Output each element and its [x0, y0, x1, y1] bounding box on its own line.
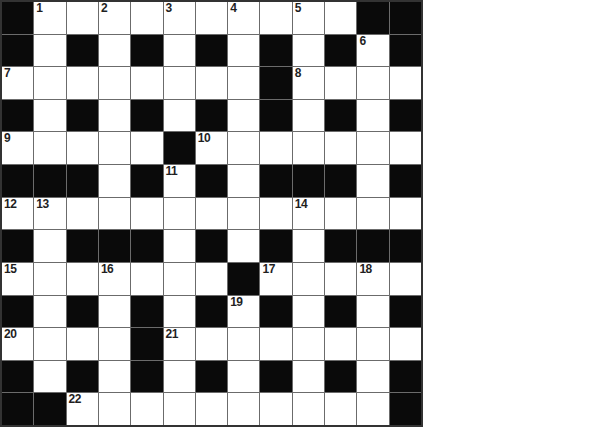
- black-square: [390, 35, 421, 67]
- white-square[interactable]: [228, 165, 259, 197]
- white-square[interactable]: [34, 230, 65, 262]
- white-square[interactable]: [357, 198, 388, 230]
- white-square[interactable]: [228, 230, 259, 262]
- white-square[interactable]: 12: [2, 198, 33, 230]
- black-square: [2, 296, 33, 328]
- clue-number: 5: [295, 2, 301, 16]
- black-square: [131, 165, 162, 197]
- black-square: [260, 296, 291, 328]
- black-square: [131, 230, 162, 262]
- white-square[interactable]: [164, 361, 195, 393]
- white-square[interactable]: [293, 361, 324, 393]
- black-square: [196, 165, 227, 197]
- white-square[interactable]: 8: [293, 67, 324, 99]
- white-square[interactable]: 21: [164, 328, 195, 360]
- white-square[interactable]: [228, 67, 259, 99]
- white-square[interactable]: [131, 198, 162, 230]
- white-square[interactable]: [34, 35, 65, 67]
- white-square[interactable]: [260, 2, 291, 34]
- white-square[interactable]: [196, 2, 227, 34]
- white-square[interactable]: [164, 230, 195, 262]
- white-square[interactable]: [228, 198, 259, 230]
- black-square: [67, 35, 98, 67]
- white-square[interactable]: [67, 132, 98, 164]
- clue-number: 9: [4, 132, 10, 146]
- black-square: [196, 296, 227, 328]
- white-square[interactable]: 11: [164, 165, 195, 197]
- black-square: [260, 361, 291, 393]
- white-square[interactable]: [325, 2, 356, 34]
- clue-number: 19: [230, 296, 242, 310]
- white-square[interactable]: [390, 132, 421, 164]
- clue-number: 6: [359, 35, 365, 49]
- black-square: [390, 361, 421, 393]
- black-square: [34, 393, 65, 425]
- white-square[interactable]: [357, 100, 388, 132]
- white-square[interactable]: [99, 296, 130, 328]
- white-square[interactable]: [260, 393, 291, 425]
- white-square[interactable]: [67, 2, 98, 34]
- white-square[interactable]: [99, 67, 130, 99]
- black-square: [2, 2, 33, 34]
- black-square: [325, 361, 356, 393]
- clue-number: 22: [69, 393, 81, 407]
- white-square[interactable]: [67, 67, 98, 99]
- white-square[interactable]: [357, 361, 388, 393]
- white-square[interactable]: [357, 328, 388, 360]
- black-square: [260, 230, 291, 262]
- black-square: [67, 296, 98, 328]
- black-square: [131, 361, 162, 393]
- black-square: [390, 2, 421, 34]
- white-square[interactable]: 6: [357, 35, 388, 67]
- black-square: [2, 230, 33, 262]
- white-square[interactable]: [357, 67, 388, 99]
- black-square: [196, 230, 227, 262]
- clue-number: 2: [101, 2, 107, 16]
- clue-number: 15: [4, 263, 16, 277]
- white-square[interactable]: [293, 263, 324, 295]
- white-square[interactable]: [325, 198, 356, 230]
- white-square[interactable]: [357, 165, 388, 197]
- white-square[interactable]: [228, 393, 259, 425]
- white-square[interactable]: [99, 361, 130, 393]
- white-square[interactable]: [34, 100, 65, 132]
- white-square[interactable]: [325, 393, 356, 425]
- black-square: [2, 165, 33, 197]
- black-square: [390, 100, 421, 132]
- black-square: [390, 230, 421, 262]
- white-square[interactable]: 9: [2, 132, 33, 164]
- black-square: [390, 296, 421, 328]
- black-square: [196, 35, 227, 67]
- white-square[interactable]: [131, 393, 162, 425]
- white-square[interactable]: 16: [99, 263, 130, 295]
- black-square: [67, 100, 98, 132]
- clue-number: 18: [359, 263, 371, 277]
- clue-number: 10: [198, 132, 210, 146]
- white-square[interactable]: 17: [260, 263, 291, 295]
- clue-number: 20: [4, 328, 16, 342]
- white-square[interactable]: [228, 100, 259, 132]
- page-background: 12345678910111213141516171819202122: [0, 0, 601, 427]
- white-square[interactable]: [164, 35, 195, 67]
- black-square: [131, 35, 162, 67]
- white-square[interactable]: [196, 393, 227, 425]
- white-square[interactable]: [99, 165, 130, 197]
- white-square[interactable]: [196, 198, 227, 230]
- black-square: [2, 393, 33, 425]
- white-square[interactable]: 4: [228, 2, 259, 34]
- clue-number: 13: [36, 198, 48, 212]
- clue-number: 12: [4, 198, 16, 212]
- black-square: [325, 230, 356, 262]
- white-square[interactable]: [67, 198, 98, 230]
- white-square[interactable]: [34, 263, 65, 295]
- white-square[interactable]: [260, 198, 291, 230]
- white-square[interactable]: [196, 67, 227, 99]
- white-square[interactable]: [260, 132, 291, 164]
- clue-number: 3: [166, 2, 172, 16]
- white-square[interactable]: [325, 67, 356, 99]
- white-square[interactable]: [34, 361, 65, 393]
- black-square: [390, 393, 421, 425]
- white-square[interactable]: [34, 296, 65, 328]
- white-square[interactable]: [99, 132, 130, 164]
- white-square[interactable]: 19: [228, 296, 259, 328]
- white-square[interactable]: [131, 132, 162, 164]
- white-square[interactable]: [164, 100, 195, 132]
- black-square: [99, 230, 130, 262]
- white-square[interactable]: [99, 100, 130, 132]
- white-square[interactable]: [293, 230, 324, 262]
- white-square[interactable]: [325, 263, 356, 295]
- white-square[interactable]: [196, 328, 227, 360]
- white-square[interactable]: [293, 296, 324, 328]
- black-square: [325, 100, 356, 132]
- white-square[interactable]: 1: [34, 2, 65, 34]
- clue-number: 11: [166, 165, 178, 179]
- white-square[interactable]: [164, 67, 195, 99]
- black-square: [67, 230, 98, 262]
- black-square: [325, 165, 356, 197]
- white-square[interactable]: [99, 328, 130, 360]
- black-square: [2, 361, 33, 393]
- white-square[interactable]: [390, 328, 421, 360]
- black-square: [293, 165, 324, 197]
- black-square: [357, 2, 388, 34]
- white-square[interactable]: [34, 132, 65, 164]
- black-square: [34, 165, 65, 197]
- white-square[interactable]: [228, 35, 259, 67]
- white-square[interactable]: [164, 296, 195, 328]
- white-square[interactable]: [357, 132, 388, 164]
- white-square[interactable]: [228, 132, 259, 164]
- white-square[interactable]: 10: [196, 132, 227, 164]
- white-square[interactable]: [293, 328, 324, 360]
- black-square: [2, 100, 33, 132]
- white-square[interactable]: [293, 132, 324, 164]
- white-square[interactable]: 3: [164, 2, 195, 34]
- black-square: [260, 67, 291, 99]
- white-square[interactable]: [99, 35, 130, 67]
- clue-number: 1: [36, 2, 42, 16]
- white-square[interactable]: [164, 198, 195, 230]
- white-square[interactable]: 7: [2, 67, 33, 99]
- white-square[interactable]: [228, 328, 259, 360]
- white-square[interactable]: [325, 328, 356, 360]
- white-square[interactable]: [131, 2, 162, 34]
- white-square[interactable]: [357, 296, 388, 328]
- white-square[interactable]: [293, 100, 324, 132]
- white-square[interactable]: [164, 393, 195, 425]
- white-square[interactable]: [67, 263, 98, 295]
- white-square[interactable]: [34, 67, 65, 99]
- black-square: [325, 296, 356, 328]
- white-square[interactable]: [131, 67, 162, 99]
- black-square: [131, 328, 162, 360]
- black-square: [131, 296, 162, 328]
- white-square[interactable]: 20: [2, 328, 33, 360]
- black-square: [228, 263, 259, 295]
- white-square[interactable]: 2: [99, 2, 130, 34]
- clue-number: 8: [295, 67, 301, 81]
- clue-number: 4: [230, 2, 236, 16]
- black-square: [67, 165, 98, 197]
- white-square[interactable]: [99, 198, 130, 230]
- clue-number: 16: [101, 263, 113, 277]
- white-square[interactable]: [67, 328, 98, 360]
- white-square[interactable]: [131, 263, 162, 295]
- white-square[interactable]: [164, 263, 195, 295]
- white-square[interactable]: [325, 132, 356, 164]
- white-square[interactable]: [293, 393, 324, 425]
- black-square: [67, 361, 98, 393]
- black-square: [2, 35, 33, 67]
- white-square[interactable]: [228, 361, 259, 393]
- white-square[interactable]: [390, 67, 421, 99]
- white-square[interactable]: [293, 35, 324, 67]
- black-square: [260, 165, 291, 197]
- clue-number: 21: [166, 328, 178, 342]
- black-square: [357, 230, 388, 262]
- white-square[interactable]: 15: [2, 263, 33, 295]
- clue-number: 14: [295, 198, 307, 212]
- white-square[interactable]: [390, 263, 421, 295]
- white-square[interactable]: [99, 393, 130, 425]
- white-square[interactable]: [196, 263, 227, 295]
- black-square: [164, 132, 195, 164]
- black-square: [390, 165, 421, 197]
- white-square[interactable]: 18: [357, 263, 388, 295]
- white-square[interactable]: 14: [293, 198, 324, 230]
- white-square[interactable]: 13: [34, 198, 65, 230]
- white-square[interactable]: 22: [67, 393, 98, 425]
- white-square[interactable]: [34, 328, 65, 360]
- black-square: [196, 361, 227, 393]
- black-square: [131, 100, 162, 132]
- white-square[interactable]: [260, 328, 291, 360]
- black-square: [196, 100, 227, 132]
- black-square: [260, 35, 291, 67]
- white-square[interactable]: [357, 393, 388, 425]
- white-square[interactable]: [390, 198, 421, 230]
- crossword-board: 12345678910111213141516171819202122: [0, 0, 423, 427]
- black-square: [260, 100, 291, 132]
- black-square: [325, 35, 356, 67]
- clue-number: 7: [4, 67, 10, 81]
- clue-number: 17: [262, 263, 274, 277]
- white-square[interactable]: 5: [293, 2, 324, 34]
